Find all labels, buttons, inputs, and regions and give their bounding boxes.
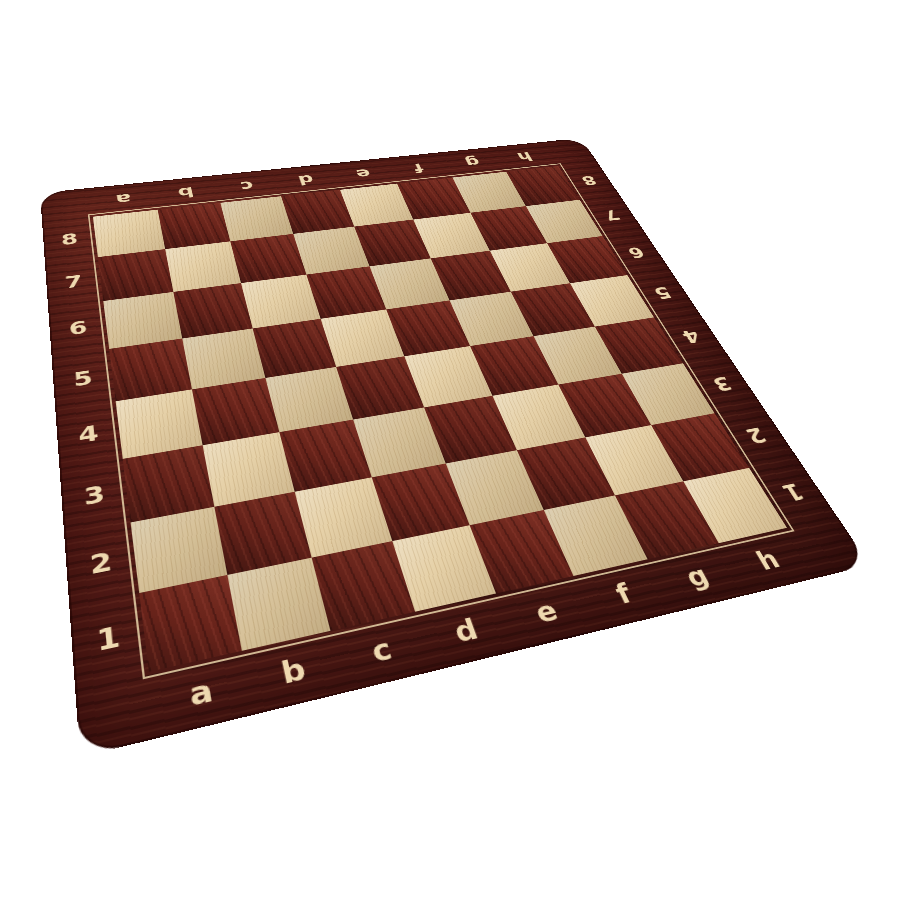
file-label-top-h: h <box>515 150 535 163</box>
rank-label-left-3: 3 <box>83 482 106 509</box>
rank-label-right-2: 2 <box>741 424 769 446</box>
rank-label-left-8: 8 <box>60 231 78 247</box>
rank-label-left-1: 1 <box>95 622 121 656</box>
rank-label-right-5: 5 <box>650 284 674 301</box>
rank-label-left-4: 4 <box>78 422 100 446</box>
rank-label-right-6: 6 <box>624 245 647 261</box>
file-label-top-e: e <box>354 167 373 181</box>
file-label-bottom-a: a <box>187 675 215 711</box>
rank-label-right-3: 3 <box>708 373 735 393</box>
file-label-bottom-c: c <box>369 635 395 668</box>
photo-background: abcdefgh abcdefgh 87654321 87654321 <box>0 0 900 900</box>
rank-label-left-7: 7 <box>64 273 83 291</box>
file-label-top-g: g <box>463 155 483 168</box>
file-label-top-d: d <box>296 173 315 187</box>
rank-label-right-4: 4 <box>678 327 703 346</box>
rank-label-right-1: 1 <box>778 480 808 505</box>
chess-board: abcdefgh abcdefgh 87654321 87654321 <box>40 138 870 757</box>
board-grid <box>93 166 787 672</box>
file-label-bottom-e: e <box>532 597 562 628</box>
file-label-top-c: c <box>239 179 255 193</box>
rank-label-right-8: 8 <box>578 174 599 187</box>
file-label-top-a: a <box>115 191 132 206</box>
rank-label-left-5: 5 <box>73 368 94 390</box>
file-label-top-b: b <box>177 185 196 200</box>
square-a1[interactable] <box>139 575 242 672</box>
file-label-bottom-b: b <box>279 654 309 689</box>
rank-label-left-2: 2 <box>89 549 114 579</box>
file-label-bottom-h: h <box>752 546 784 574</box>
file-label-bottom-g: g <box>682 563 714 592</box>
file-label-top-f: f <box>412 161 426 174</box>
rank-label-left-6: 6 <box>68 318 88 338</box>
rank-label-right-7: 7 <box>601 208 623 222</box>
file-label-bottom-d: d <box>451 615 482 647</box>
file-label-bottom-f: f <box>612 580 636 608</box>
